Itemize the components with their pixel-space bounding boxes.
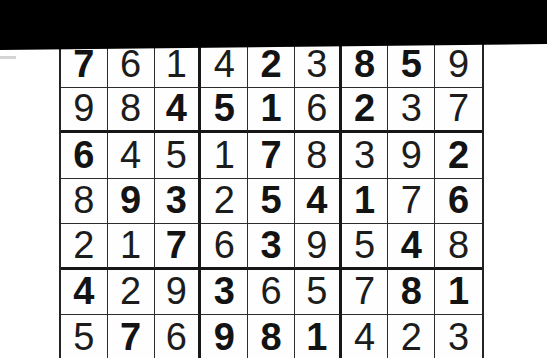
sudoku-cell-r6c2: 2 xyxy=(108,270,155,316)
sudoku-cell-r2c6: 6 xyxy=(295,88,342,134)
sudoku-cell-r6c9: 1 xyxy=(435,270,482,316)
sudoku-cell-r2c8: 3 xyxy=(388,88,435,134)
sudoku-cell-r7c7: 4 xyxy=(342,315,389,358)
sudoku-cell-r7c6: 1 xyxy=(295,315,342,358)
sudoku-cell-r5c5: 3 xyxy=(248,224,295,270)
sudoku-cell-r6c8: 8 xyxy=(388,270,435,316)
sudoku-cell-r4c1: 8 xyxy=(61,179,108,225)
sudoku-cell-r7c1: 5 xyxy=(61,315,108,358)
sudoku-cell-r1c8: 5 xyxy=(388,42,435,88)
sudoku-cell-r5c7: 5 xyxy=(342,224,389,270)
scan-artifact xyxy=(0,56,16,59)
sudoku-cell-r2c1: 9 xyxy=(61,88,108,134)
sudoku-cell-r5c8: 4 xyxy=(388,224,435,270)
sudoku-cell-r3c7: 3 xyxy=(342,133,389,179)
sudoku-cell-r6c6: 5 xyxy=(295,270,342,316)
sudoku-cell-r2c3: 4 xyxy=(155,88,202,134)
sudoku-cell-r3c8: 9 xyxy=(388,133,435,179)
sudoku-cell-r3c3: 5 xyxy=(155,133,202,179)
sudoku-cell-r2c4: 5 xyxy=(201,88,248,134)
sudoku-cell-r1c7: 8 xyxy=(342,42,389,88)
sudoku-cell-r1c2: 6 xyxy=(108,42,155,88)
sudoku-cell-r7c8: 2 xyxy=(388,315,435,358)
top-black-bar xyxy=(0,0,547,50)
sudoku-cell-r3c2: 4 xyxy=(108,133,155,179)
sudoku-cell-r4c3: 3 xyxy=(155,179,202,225)
sudoku-cell-r5c4: 6 xyxy=(201,224,248,270)
sudoku-cell-r4c4: 2 xyxy=(201,179,248,225)
sudoku-cell-r4c6: 4 xyxy=(295,179,342,225)
screenshot-canvas: 7614238599845162376451783928932541762176… xyxy=(0,0,547,358)
sudoku-cell-r2c2: 8 xyxy=(108,88,155,134)
sudoku-cell-r1c9: 9 xyxy=(435,42,482,88)
sudoku-cell-r5c9: 8 xyxy=(435,224,482,270)
sudoku-cell-r5c6: 9 xyxy=(295,224,342,270)
sudoku-cell-r6c5: 6 xyxy=(248,270,295,316)
sudoku-cell-r3c9: 2 xyxy=(435,133,482,179)
sudoku-cell-r1c5: 2 xyxy=(248,42,295,88)
sudoku-cell-r3c1: 6 xyxy=(61,133,108,179)
sudoku-cell-r2c7: 2 xyxy=(342,88,389,134)
sudoku-cell-r5c2: 1 xyxy=(108,224,155,270)
sudoku-cell-r2c9: 7 xyxy=(435,88,482,134)
sudoku-cell-r7c9: 3 xyxy=(435,315,482,358)
sudoku-cell-r6c7: 7 xyxy=(342,270,389,316)
sudoku-cell-r6c1: 4 xyxy=(61,270,108,316)
sudoku-cell-r7c2: 7 xyxy=(108,315,155,358)
sudoku-cell-r5c1: 2 xyxy=(61,224,108,270)
sudoku-cell-r7c5: 8 xyxy=(248,315,295,358)
sudoku-cell-r1c4: 4 xyxy=(201,42,248,88)
sudoku-cell-r7c3: 6 xyxy=(155,315,202,358)
sudoku-cell-r4c9: 6 xyxy=(435,179,482,225)
sudoku-cell-r4c2: 9 xyxy=(108,179,155,225)
sudoku-cell-r1c3: 1 xyxy=(155,42,202,88)
sudoku-cell-r2c5: 1 xyxy=(248,88,295,134)
sudoku-cell-r4c8: 7 xyxy=(388,179,435,225)
sudoku-cell-r5c3: 7 xyxy=(155,224,202,270)
sudoku-cell-r1c6: 3 xyxy=(295,42,342,88)
sudoku-cell-r3c6: 8 xyxy=(295,133,342,179)
sudoku-cell-r6c3: 9 xyxy=(155,270,202,316)
sudoku-cell-r7c4: 9 xyxy=(201,315,248,358)
sudoku-cell-r3c4: 1 xyxy=(201,133,248,179)
sudoku-cell-r3c5: 7 xyxy=(248,133,295,179)
sudoku-cell-r4c7: 1 xyxy=(342,179,389,225)
sudoku-grid: 7614238599845162376451783928932541762176… xyxy=(59,42,484,358)
sudoku-cell-r4c5: 5 xyxy=(248,179,295,225)
sudoku-cell-r6c4: 3 xyxy=(201,270,248,316)
